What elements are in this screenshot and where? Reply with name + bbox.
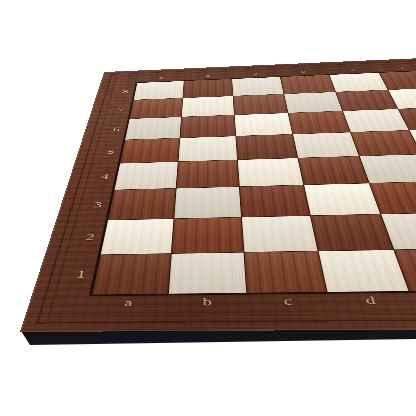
file-label-bottom-b: b	[168, 294, 248, 310]
square-c5	[236, 134, 297, 159]
square-c7	[233, 94, 287, 115]
square-d4	[298, 156, 369, 184]
square-b8	[183, 79, 233, 98]
square-d2	[311, 214, 393, 250]
square-c3	[240, 185, 310, 217]
rank-label-6: 6	[82, 119, 128, 141]
rank-label-5: 5	[74, 140, 123, 165]
square-e6	[343, 109, 409, 132]
square-c6	[235, 113, 293, 136]
square-c1	[244, 251, 326, 293]
square-c2	[242, 216, 318, 252]
square-b2	[172, 217, 244, 253]
square-a4	[115, 162, 178, 190]
square-d1	[319, 250, 409, 292]
square-b6	[180, 115, 235, 138]
rank-label-3: 3	[56, 190, 112, 221]
square-a3	[108, 188, 176, 219]
square-d7	[284, 92, 342, 113]
square-b5	[178, 136, 237, 161]
square-e8	[330, 73, 388, 92]
rank-label-4: 4	[65, 164, 118, 192]
square-b4	[177, 160, 239, 188]
playing-area	[92, 66, 416, 294]
chessboard: 12345678aabbccddeeffgghh	[20, 52, 416, 332]
square-c8	[232, 77, 283, 96]
product-photo-scene: 12345678aabbccddeeffgghh	[0, 0, 416, 416]
rank-label-7: 7	[88, 100, 131, 120]
square-a1	[92, 254, 171, 295]
square-a2	[101, 219, 174, 255]
square-b7	[182, 96, 234, 117]
square-e7	[336, 90, 398, 111]
square-a7	[130, 98, 183, 119]
square-c4	[238, 158, 303, 186]
square-a8	[134, 81, 184, 100]
square-a6	[125, 117, 181, 140]
file-label-bottom-c: c	[247, 294, 330, 310]
file-label-bottom-a: a	[89, 295, 168, 311]
rank-label-8: 8	[94, 83, 135, 102]
square-e4	[360, 154, 416, 183]
square-d8	[280, 75, 335, 94]
square-b3	[174, 187, 241, 219]
square-d6	[288, 111, 350, 134]
square-d5	[293, 132, 359, 157]
square-b1	[169, 253, 246, 294]
square-e5	[351, 130, 416, 156]
square-a5	[120, 138, 179, 163]
file-label-bottom-d: d	[328, 293, 415, 309]
rank-label-1: 1	[32, 255, 98, 296]
square-d3	[304, 183, 380, 215]
rank-label-2: 2	[45, 220, 106, 256]
